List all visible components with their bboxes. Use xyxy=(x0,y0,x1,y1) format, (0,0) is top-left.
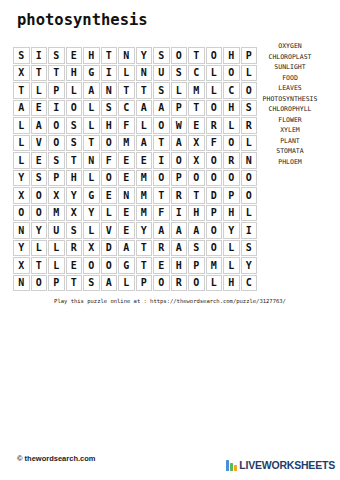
grid-cell[interactable]: N xyxy=(101,82,118,99)
grid-cell[interactable]: M xyxy=(136,170,153,187)
grid-cell[interactable]: N xyxy=(136,65,153,82)
grid-cell[interactable]: S xyxy=(171,65,188,82)
grid-cell[interactable]: L xyxy=(13,135,30,152)
grid-cell[interactable]: A xyxy=(136,100,153,117)
word-list-item: LEAVES xyxy=(254,83,326,94)
grid-cell[interactable]: T xyxy=(136,240,153,257)
grid-cell[interactable]: N xyxy=(13,222,30,239)
grid-cell[interactable]: C xyxy=(223,82,240,99)
grid-cell[interactable]: S xyxy=(66,117,83,134)
grid-cell[interactable]: P xyxy=(48,82,65,99)
grid-cell[interactable]: T xyxy=(31,65,48,82)
grid-cell[interactable]: T xyxy=(153,187,170,204)
word-list-item: OXYGEN xyxy=(254,41,326,52)
grid-cell[interactable]: V xyxy=(31,135,48,152)
grid-cell[interactable]: W xyxy=(171,117,188,134)
grid-cell[interactable]: Y xyxy=(136,47,153,64)
grid-cell[interactable]: I xyxy=(241,222,258,239)
grid-cell[interactable]: T xyxy=(153,135,170,152)
grid-cell[interactable]: L xyxy=(118,65,135,82)
grid-cell[interactable]: L xyxy=(206,82,223,99)
grid-cell[interactable]: X xyxy=(66,205,83,222)
grid-cell[interactable]: T xyxy=(136,257,153,274)
grid-cell[interactable]: O xyxy=(206,170,223,187)
grid-cell[interactable]: O xyxy=(241,187,258,204)
grid-cell[interactable]: H xyxy=(66,170,83,187)
grid-cell[interactable]: U xyxy=(153,65,170,82)
grid-cell[interactable]: F xyxy=(153,205,170,222)
grid-cell[interactable]: L xyxy=(101,205,118,222)
word-list-item: PHLOEM xyxy=(254,157,326,168)
grid-cell[interactable]: M xyxy=(118,135,135,152)
grid-cell[interactable]: A xyxy=(188,222,205,239)
grid-cell[interactable]: P xyxy=(171,170,188,187)
grid-cell[interactable]: Y xyxy=(66,187,83,204)
grid-cell[interactable]: Y xyxy=(136,222,153,239)
grid-cell[interactable]: O xyxy=(153,170,170,187)
grid-cell[interactable]: N xyxy=(118,47,135,64)
grid-cell[interactable]: E xyxy=(136,152,153,169)
grid-cell[interactable]: U xyxy=(48,222,65,239)
grid-cell[interactable]: A xyxy=(118,240,135,257)
grid-cell[interactable]: G xyxy=(83,187,100,204)
grid-cell[interactable]: S xyxy=(188,240,205,257)
grid-cell[interactable]: P xyxy=(223,187,240,204)
grid-cell[interactable]: A xyxy=(171,222,188,239)
grid-cell[interactable]: A xyxy=(31,117,48,134)
grid-cell[interactable]: E xyxy=(153,257,170,274)
grid-cell[interactable]: S xyxy=(101,100,118,117)
grid-cell[interactable]: H xyxy=(223,275,240,292)
grid-cell[interactable]: O xyxy=(101,257,118,274)
grid-cell[interactable]: C xyxy=(241,275,258,292)
grid-cell[interactable]: O xyxy=(223,65,240,82)
grid-cell[interactable]: L xyxy=(171,82,188,99)
grid-cell[interactable]: E xyxy=(118,152,135,169)
grid-cell[interactable]: M xyxy=(136,187,153,204)
grid-cell[interactable]: H xyxy=(223,205,240,222)
grid-cell[interactable]: R xyxy=(153,240,170,257)
grid-cell[interactable]: L xyxy=(223,257,240,274)
grid-cell[interactable]: O xyxy=(31,187,48,204)
grid-cell[interactable]: Y xyxy=(13,240,30,257)
grid-cell[interactable]: L xyxy=(48,257,65,274)
grid-cell[interactable]: E xyxy=(66,47,83,64)
grid-cell[interactable]: A xyxy=(13,100,30,117)
grid-cell[interactable]: S xyxy=(48,152,65,169)
grid-cell[interactable]: M xyxy=(48,205,65,222)
word-list-item: XYLEM xyxy=(254,125,326,136)
grid-cell[interactable]: X xyxy=(188,135,205,152)
grid-cell[interactable]: O xyxy=(153,275,170,292)
grid-cell[interactable]: A xyxy=(83,82,100,99)
play-online-link-text: Play this puzzle online at : https://the… xyxy=(0,298,340,304)
grid-cell[interactable]: H xyxy=(223,100,240,117)
grid-cell[interactable]: O xyxy=(171,47,188,64)
grid-cell[interactable]: O xyxy=(223,135,240,152)
grid-cell[interactable]: L xyxy=(83,170,100,187)
grid-cell[interactable]: O xyxy=(31,275,48,292)
word-search-grid: SISEHTNYSOTOHPXTTHGILNUSCLOLTLPLANTTSLML… xyxy=(13,47,257,291)
grid-cell[interactable]: S xyxy=(13,47,30,64)
grid-cell[interactable]: O xyxy=(188,170,205,187)
grid-cell[interactable]: A xyxy=(136,135,153,152)
grid-cell[interactable]: T xyxy=(83,135,100,152)
grid-cell[interactable]: E xyxy=(101,187,118,204)
grid-cell[interactable]: G xyxy=(83,65,100,82)
grid-cell[interactable]: X xyxy=(188,152,205,169)
grid-cell[interactable]: R xyxy=(171,187,188,204)
word-list-item: FLOWER xyxy=(254,115,326,126)
grid-cell[interactable]: O xyxy=(206,47,223,64)
grid-cell[interactable]: Y xyxy=(223,222,240,239)
grid-cell[interactable]: X xyxy=(83,240,100,257)
grid-cell[interactable]: R xyxy=(223,152,240,169)
grid-cell[interactable]: A xyxy=(153,100,170,117)
grid-cell[interactable]: O xyxy=(153,117,170,134)
grid-cell[interactable]: C xyxy=(118,100,135,117)
grid-cell[interactable]: O xyxy=(171,152,188,169)
grid-cell[interactable]: L xyxy=(48,240,65,257)
grid-cell[interactable]: S xyxy=(241,240,258,257)
grid-cell[interactable]: H xyxy=(223,47,240,64)
grid-cell[interactable]: Y xyxy=(13,170,30,187)
grid-cell[interactable]: L xyxy=(83,117,100,134)
grid-cell[interactable]: A xyxy=(171,240,188,257)
grid-cell[interactable]: O xyxy=(206,240,223,257)
grid-cell[interactable]: H xyxy=(83,47,100,64)
liveworksheets-logo[interactable]: LIVEWORKSHEETS xyxy=(226,459,335,471)
grid-cell[interactable]: I xyxy=(153,152,170,169)
grid-cell[interactable]: T xyxy=(13,82,30,99)
grid-cell[interactable]: H xyxy=(188,205,205,222)
grid-cell[interactable]: S xyxy=(66,222,83,239)
word-list-item: FOOD xyxy=(254,73,326,84)
grid-cell[interactable]: L xyxy=(66,82,83,99)
grid-cell[interactable]: A xyxy=(153,222,170,239)
grid-cell[interactable]: P xyxy=(206,205,223,222)
grid-cell[interactable]: E xyxy=(118,222,135,239)
puzzle-title: photosynthesis xyxy=(17,11,148,29)
grid-cell[interactable]: V xyxy=(101,222,118,239)
grid-cell[interactable]: E xyxy=(66,257,83,274)
grid-cell[interactable]: D xyxy=(101,240,118,257)
grid-cell[interactable]: S xyxy=(83,275,100,292)
grid-cell[interactable]: N xyxy=(118,187,135,204)
grid-cell[interactable]: M xyxy=(136,205,153,222)
grid-cell[interactable]: F xyxy=(206,135,223,152)
grid-cell[interactable]: X xyxy=(48,187,65,204)
word-list-item: CHLOROPHYLL xyxy=(254,104,326,115)
grid-cell[interactable]: O xyxy=(223,170,240,187)
grid-cell[interactable]: Y xyxy=(31,222,48,239)
grid-cell[interactable]: L xyxy=(206,65,223,82)
grid-cell[interactable]: S xyxy=(48,47,65,64)
grid-cell[interactable]: E xyxy=(31,152,48,169)
grid-cell[interactable]: E xyxy=(188,117,205,134)
grid-cell[interactable]: N xyxy=(13,275,30,292)
grid-cell[interactable]: O xyxy=(83,257,100,274)
grid-cell[interactable]: T xyxy=(66,152,83,169)
grid-cell[interactable]: Y xyxy=(241,257,258,274)
grid-cell[interactable]: L xyxy=(13,152,30,169)
word-list-item: SUNLIGHT xyxy=(254,62,326,73)
grid-cell[interactable]: T xyxy=(188,100,205,117)
grid-cell[interactable]: O xyxy=(206,100,223,117)
grid-cell[interactable]: S xyxy=(31,170,48,187)
grid-cell[interactable]: X xyxy=(13,65,30,82)
grid-cell[interactable]: O xyxy=(66,100,83,117)
grid-cell[interactable]: E xyxy=(31,100,48,117)
grid-cell[interactable]: T xyxy=(136,82,153,99)
liveworksheets-logo-icon xyxy=(226,460,237,471)
grid-cell[interactable]: S xyxy=(153,82,170,99)
grid-cell[interactable]: L xyxy=(241,205,258,222)
grid-cell[interactable]: P xyxy=(48,275,65,292)
grid-cell[interactable]: M xyxy=(188,82,205,99)
grid-cell[interactable]: S xyxy=(153,47,170,64)
grid-cell[interactable]: X xyxy=(13,187,30,204)
grid-cell[interactable]: P xyxy=(48,170,65,187)
grid-cell[interactable]: O xyxy=(13,205,30,222)
grid-cell[interactable]: P xyxy=(136,275,153,292)
grid-cell[interactable]: H xyxy=(101,117,118,134)
grid-cell[interactable]: M xyxy=(206,257,223,274)
grid-cell[interactable]: T xyxy=(188,187,205,204)
grid-cell[interactable]: H xyxy=(171,257,188,274)
grid-cell[interactable]: T xyxy=(118,82,135,99)
word-list: OXYGENCHLOROPLASTSUNLIGHTFOODLEAVESPHOTO… xyxy=(254,41,326,167)
grid-cell[interactable]: T xyxy=(66,275,83,292)
grid-cell[interactable]: L xyxy=(13,117,30,134)
grid-cell[interactable]: R xyxy=(66,240,83,257)
grid-cell[interactable]: I xyxy=(171,205,188,222)
grid-cell[interactable]: T xyxy=(101,47,118,64)
grid-cell[interactable]: N xyxy=(83,152,100,169)
grid-cell[interactable]: H xyxy=(66,65,83,82)
word-list-item: PLANT xyxy=(254,136,326,147)
grid-cell[interactable]: C xyxy=(188,65,205,82)
grid-cell[interactable]: T xyxy=(188,47,205,64)
grid-cell[interactable]: O xyxy=(188,275,205,292)
grid-cell[interactable]: A xyxy=(101,275,118,292)
grid-cell[interactable]: O xyxy=(48,117,65,134)
grid-cell[interactable]: L xyxy=(31,82,48,99)
grid-cell[interactable]: O xyxy=(31,205,48,222)
word-list-item: CHLOROPLAST xyxy=(254,52,326,63)
grid-cell[interactable]: A xyxy=(171,135,188,152)
grid-cell[interactable]: L xyxy=(31,240,48,257)
grid-cell[interactable]: E xyxy=(118,205,135,222)
grid-cell[interactable]: L xyxy=(206,275,223,292)
grid-cell[interactable]: F xyxy=(101,152,118,169)
grid-cell[interactable]: L xyxy=(83,222,100,239)
grid-cell[interactable]: L xyxy=(223,240,240,257)
word-list-item: PHOTOSYNTHESIS xyxy=(254,94,326,105)
grid-cell[interactable]: O xyxy=(101,170,118,187)
grid-cell[interactable]: L xyxy=(118,275,135,292)
grid-cell[interactable]: I xyxy=(48,100,65,117)
worksheet-page: photosynthesis SISEHTNYSOTOHPXTTHGILNUSC… xyxy=(0,0,340,480)
grid-cell[interactable]: S xyxy=(66,135,83,152)
grid-cell[interactable]: I xyxy=(31,47,48,64)
grid-cell[interactable]: P xyxy=(171,100,188,117)
grid-cell[interactable]: P xyxy=(188,257,205,274)
liveworksheets-logo-text: LIVEWORKSHEETS xyxy=(239,459,335,471)
grid-cell[interactable]: T xyxy=(31,257,48,274)
grid-cell[interactable]: F xyxy=(118,117,135,134)
grid-cell[interactable]: L xyxy=(223,117,240,134)
copyright-text: © thewordsearch.com xyxy=(17,454,95,463)
grid-cell[interactable]: G xyxy=(118,257,135,274)
grid-cell[interactable]: D xyxy=(206,187,223,204)
grid-cell[interactable]: O xyxy=(101,135,118,152)
grid-cell[interactable]: I xyxy=(101,65,118,82)
grid-cell[interactable]: T xyxy=(48,65,65,82)
grid-cell[interactable]: O xyxy=(48,135,65,152)
grid-cell[interactable]: O xyxy=(206,222,223,239)
grid-cell[interactable]: L xyxy=(83,100,100,117)
grid-cell[interactable]: R xyxy=(171,275,188,292)
grid-cell[interactable]: R xyxy=(206,117,223,134)
grid-cell[interactable]: L xyxy=(136,117,153,134)
grid-cell[interactable]: E xyxy=(118,170,135,187)
grid-cell[interactable]: Y xyxy=(83,205,100,222)
word-list-item: STOMATA xyxy=(254,146,326,157)
grid-cell[interactable]: O xyxy=(206,152,223,169)
grid-cell[interactable]: O xyxy=(241,170,258,187)
grid-cell[interactable]: X xyxy=(13,257,30,274)
